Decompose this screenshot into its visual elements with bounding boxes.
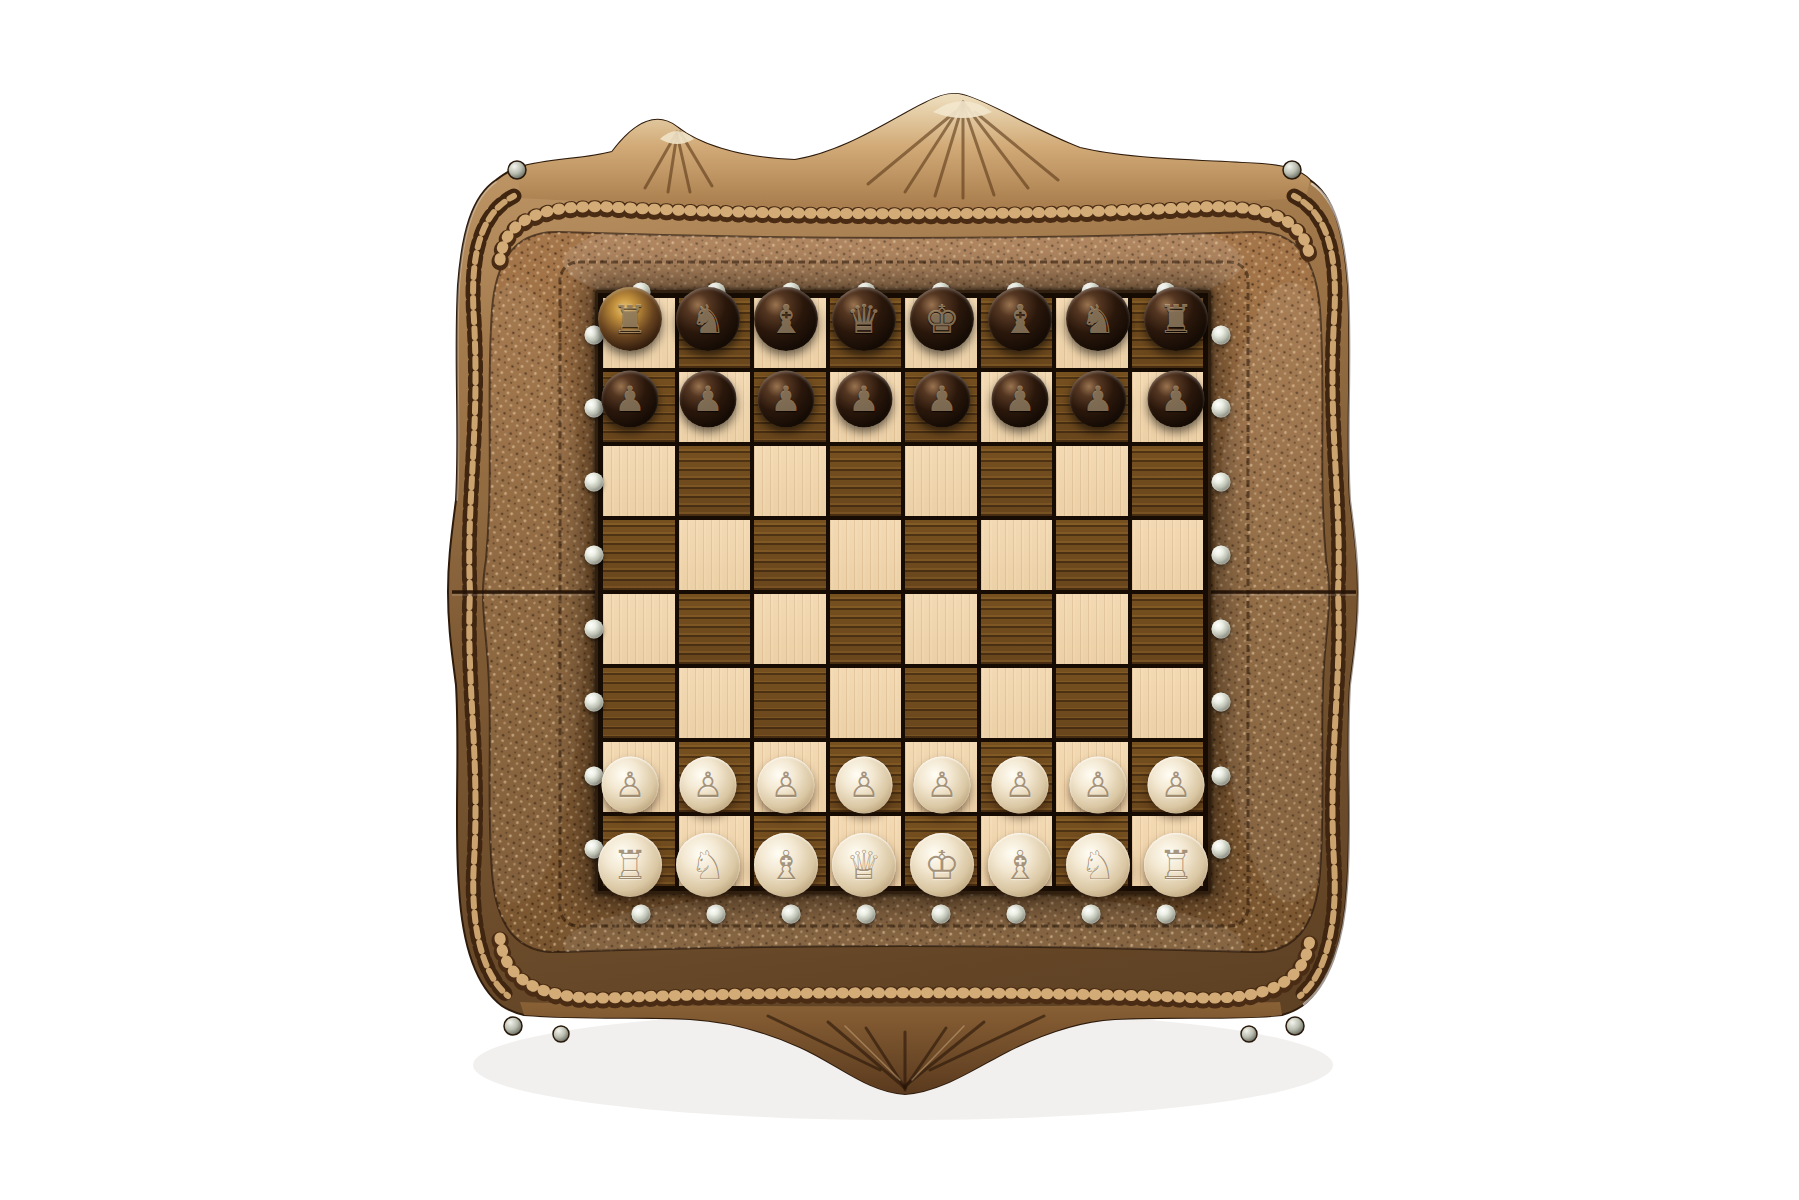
square-f5[interactable] [981,520,1053,590]
piece-white-bishop-c1[interactable]: ♗ [754,833,818,897]
piece-glyph: ♙ [614,767,645,802]
piece-glyph: ♟ [614,382,645,417]
piece-glyph: ♝ [1002,299,1038,339]
stud-pin [585,693,604,712]
piece-glyph: ♞ [1080,299,1116,339]
piece-glyph: ♜ [1158,299,1194,339]
square-e6[interactable] [905,446,977,516]
piece-black-pawn-a7[interactable]: ♟ [602,371,659,428]
square-b5[interactable] [679,520,751,590]
square-f4[interactable] [981,594,1053,664]
hinge-knob [1241,1026,1257,1042]
piece-black-pawn-h7[interactable]: ♟ [1148,371,1205,428]
piece-black-pawn-d7[interactable]: ♟ [836,371,893,428]
square-c3[interactable] [754,668,826,738]
square-b6[interactable] [679,446,751,516]
piece-white-king-e1[interactable]: ♔ [910,833,974,897]
stud-pin [1212,766,1231,785]
piece-black-knight-b8[interactable]: ♞ [676,287,740,351]
piece-white-pawn-d2[interactable]: ♙ [836,756,893,813]
piece-white-rook-h1[interactable]: ♖ [1144,833,1208,897]
piece-white-pawn-f2[interactable]: ♙ [992,756,1049,813]
stud-pin [1212,399,1231,418]
piece-black-pawn-g7[interactable]: ♟ [1070,371,1127,428]
square-h6[interactable] [1132,446,1204,516]
stud-pin [1212,619,1231,638]
piece-black-pawn-e7[interactable]: ♟ [914,371,971,428]
piece-glyph: ♙ [848,767,879,802]
stud-pin [706,905,725,924]
piece-white-pawn-b2[interactable]: ♙ [680,756,737,813]
square-a4[interactable] [603,594,675,664]
square-f3[interactable] [981,668,1053,738]
piece-glyph: ♗ [768,845,804,885]
piece-white-knight-b1[interactable]: ♘ [676,833,740,897]
square-g3[interactable] [1056,668,1128,738]
square-g5[interactable] [1056,520,1128,590]
stud-pin [856,905,875,924]
piece-glyph: ♞ [690,299,726,339]
piece-white-rook-a1[interactable]: ♖ [598,833,662,897]
piece-glyph: ♙ [1082,767,1113,802]
stud-pin [1212,472,1231,491]
stud-pin [631,905,650,924]
piece-glyph: ♙ [692,767,723,802]
square-c5[interactable] [754,520,826,590]
square-a5[interactable] [603,520,675,590]
piece-glyph: ♘ [690,845,726,885]
square-h3[interactable] [1132,668,1204,738]
piece-white-pawn-h2[interactable]: ♙ [1148,756,1205,813]
piece-glyph: ♙ [770,767,801,802]
square-d5[interactable] [830,520,902,590]
piece-glyph: ♟ [1160,382,1191,417]
piece-glyph: ♟ [770,382,801,417]
piece-glyph: ♟ [692,382,723,417]
piece-glyph: ♙ [1160,767,1191,802]
piece-black-pawn-c7[interactable]: ♟ [758,371,815,428]
square-c4[interactable] [754,594,826,664]
stud-pin [1212,325,1231,344]
stud-pin [1081,905,1100,924]
stud-pin [585,546,604,565]
piece-black-bishop-c8[interactable]: ♝ [754,287,818,351]
piece-black-king-e8[interactable]: ♚ [910,287,974,351]
piece-glyph: ♟ [1004,382,1035,417]
piece-black-bishop-f8[interactable]: ♝ [988,287,1052,351]
piece-glyph: ♜ [612,299,648,339]
piece-white-pawn-c2[interactable]: ♙ [758,756,815,813]
piece-glyph: ♟ [848,382,879,417]
piece-white-pawn-e2[interactable]: ♙ [914,756,971,813]
piece-white-queen-d1[interactable]: ♕ [832,833,896,897]
piece-glyph: ♖ [1158,845,1194,885]
piece-glyph: ♔ [924,845,960,885]
piece-glyph: ♕ [846,845,882,885]
piece-black-pawn-b7[interactable]: ♟ [680,371,737,428]
square-h5[interactable] [1132,520,1204,590]
piece-black-rook-a8[interactable]: ♜ [598,287,662,351]
piece-black-rook-h8[interactable]: ♜ [1144,287,1208,351]
piece-black-queen-d8[interactable]: ♛ [832,287,896,351]
piece-black-pawn-f7[interactable]: ♟ [992,371,1049,428]
stud-pin [1006,905,1025,924]
piece-glyph: ♘ [1080,845,1116,885]
square-d6[interactable] [830,446,902,516]
stud-pin [1156,905,1175,924]
square-h4[interactable] [1132,594,1204,664]
square-d4[interactable] [830,594,902,664]
square-e5[interactable] [905,520,977,590]
piece-glyph: ♟ [926,382,957,417]
stud-pin [931,905,950,924]
piece-glyph: ♙ [1004,767,1035,802]
hinge-knob [553,1026,569,1042]
hinge-knob [1286,1017,1304,1035]
piece-glyph: ♛ [846,299,882,339]
mountain-carving [517,94,1310,208]
piece-white-knight-g1[interactable]: ♘ [1066,833,1130,897]
square-b4[interactable] [679,594,751,664]
piece-glyph: ♟ [1082,382,1113,417]
square-a6[interactable] [603,446,675,516]
piece-glyph: ♝ [768,299,804,339]
square-c6[interactable] [754,446,826,516]
stud-pin [781,905,800,924]
square-g4[interactable] [1056,594,1128,664]
square-b3[interactable] [679,668,751,738]
hinge-knob [508,161,526,179]
square-a3[interactable] [603,668,675,738]
stud-pin [1212,840,1231,859]
stud-pin [1212,693,1231,712]
square-f6[interactable] [981,446,1053,516]
piece-glyph: ♚ [924,299,960,339]
square-d3[interactable] [830,668,902,738]
piece-white-pawn-a2[interactable]: ♙ [602,756,659,813]
stud-pin [585,472,604,491]
photo-scene: ♜♞♝♛♚♝♞♜♟♟♟♟♟♟♟♟♙♙♙♙♙♙♙♙♖♘♗♕♔♗♘♖ [0,0,1799,1200]
stud-pin [1212,546,1231,565]
piece-glyph: ♗ [1002,845,1038,885]
stud-pin [585,619,604,638]
hinge-knob [1283,161,1301,179]
square-g6[interactable] [1056,446,1128,516]
square-e3[interactable] [905,668,977,738]
hinge-knob [504,1017,522,1035]
piece-white-pawn-g2[interactable]: ♙ [1070,756,1127,813]
square-e4[interactable] [905,594,977,664]
piece-white-bishop-f1[interactable]: ♗ [988,833,1052,897]
piece-glyph: ♙ [926,767,957,802]
piece-black-knight-g8[interactable]: ♞ [1066,287,1130,351]
piece-glyph: ♖ [612,845,648,885]
